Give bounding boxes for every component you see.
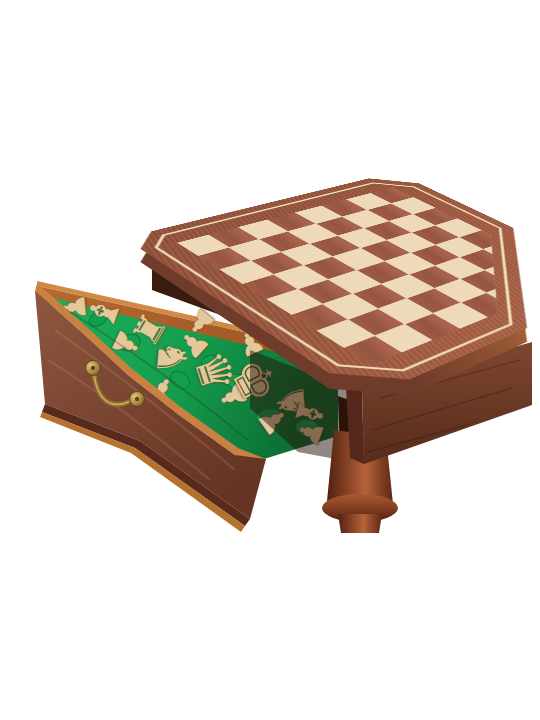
drawer-front [35,291,266,519]
handle-pin-left [91,366,95,370]
chess-table-photo: ♟♝♟♜♞♟♛♟♚♟♞♟♝♟♟♟ [0,0,540,720]
handle-pin-right [135,397,139,401]
table-leg-foot [338,514,382,533]
